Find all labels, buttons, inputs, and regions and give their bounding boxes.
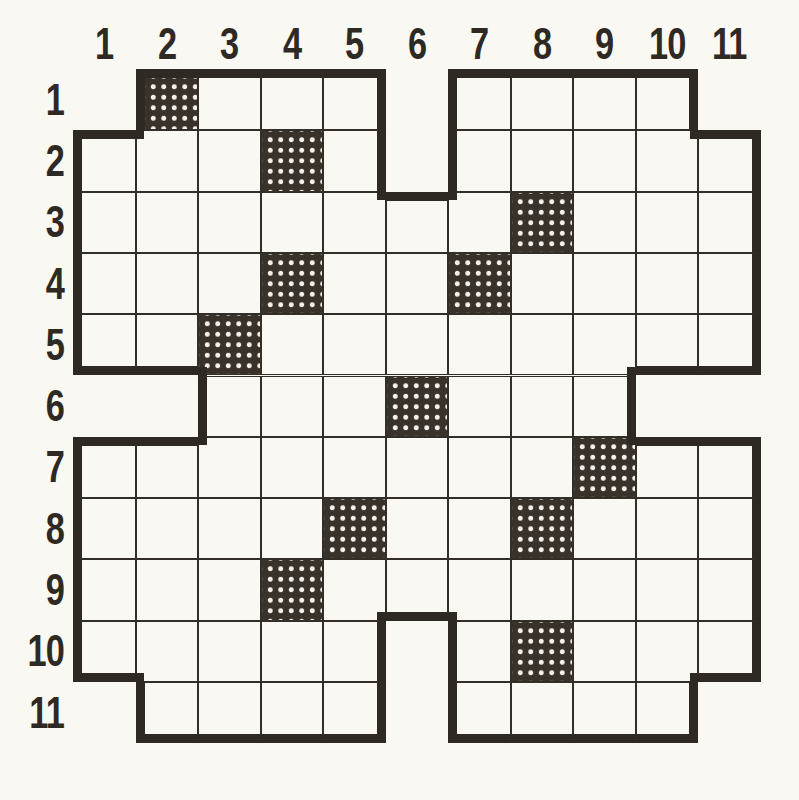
cell-r5c2[interactable] [136,314,199,375]
row-label-4: 4 [14,253,64,314]
cell-r2c3[interactable] [198,130,261,191]
blocked-cell-r2c4 [261,130,324,191]
blocked-cell-r7c9 [573,437,636,498]
cell-r10c5[interactable] [323,621,386,682]
cell-r4c6[interactable] [386,253,449,314]
cell-r2c7[interactable] [448,130,511,191]
cell-r7c11[interactable] [698,437,761,498]
cell-r10c1[interactable] [73,621,136,682]
blocked-cell-r10c8 [511,621,574,682]
blocked-cell-r3c8 [511,192,574,253]
cell-r7c7[interactable] [448,437,511,498]
cell-r5c1[interactable] [73,314,136,375]
row-label-5: 5 [14,314,64,375]
cell-r5c9[interactable] [573,314,636,375]
cell-r5c4[interactable] [261,314,324,375]
row-label-2: 2 [14,130,64,191]
blocked-cell-r4c4 [261,253,324,314]
cell-r10c3[interactable] [198,621,261,682]
cell-r8c1[interactable] [73,498,136,559]
cell-r7c10[interactable] [636,437,699,498]
cell-r9c2[interactable] [136,559,199,620]
cell-r11c9[interactable] [573,682,636,743]
blocked-cell-r6c6 [386,376,449,437]
cell-r7c6[interactable] [386,437,449,498]
cell-r1c8[interactable] [511,69,574,130]
cell-r3c5[interactable] [323,192,386,253]
border-corner-patch [198,436,207,445]
cell-r11c8[interactable] [511,682,574,743]
cell-r9c9[interactable] [573,559,636,620]
border-corner-patch [448,191,457,200]
puzzle-page: 12345678910111234567891011 [0,0,799,800]
cell-r4c9[interactable] [573,253,636,314]
cell-r6c7[interactable] [448,376,511,437]
col-label-2: 2 [142,22,191,62]
cell-r7c3[interactable] [198,437,261,498]
col-label-6: 6 [392,22,441,62]
cell-r6c3[interactable] [198,376,261,437]
cell-r10c9[interactable] [573,621,636,682]
cell-r4c11[interactable] [698,253,761,314]
cell-r2c2[interactable] [136,130,199,191]
cell-r3c4[interactable] [261,192,324,253]
cell-r5c8[interactable] [511,314,574,375]
cell-r1c5[interactable] [323,69,386,130]
cell-r7c2[interactable] [136,437,199,498]
cell-r8c10[interactable] [636,498,699,559]
cell-r10c11[interactable] [698,621,761,682]
cell-r8c2[interactable] [136,498,199,559]
cell-r10c2[interactable] [136,621,199,682]
row-label-9: 9 [14,559,64,620]
cell-r8c3[interactable] [198,498,261,559]
cell-r5c5[interactable] [323,314,386,375]
cell-r4c10[interactable] [636,253,699,314]
blocked-cell-r9c4 [261,559,324,620]
cell-r5c11[interactable] [698,314,761,375]
cell-r10c4[interactable] [261,621,324,682]
cell-r9c5[interactable] [323,559,386,620]
cell-r8c9[interactable] [573,498,636,559]
row-label-3: 3 [14,192,64,253]
cell-r3c10[interactable] [636,192,699,253]
cell-r10c7[interactable] [448,621,511,682]
row-label-8: 8 [14,498,64,559]
cell-r8c7[interactable] [448,498,511,559]
cell-r2c1[interactable] [73,130,136,191]
cell-r7c5[interactable] [323,437,386,498]
cell-r2c5[interactable] [323,130,386,191]
cell-r3c3[interactable] [198,192,261,253]
col-label-10: 10 [642,22,691,62]
col-label-11: 11 [705,22,754,62]
cell-r8c4[interactable] [261,498,324,559]
puzzle-board: 12345678910111234567891011 [0,0,799,800]
cell-r2c10[interactable] [636,130,699,191]
cell-r4c8[interactable] [511,253,574,314]
blocked-cell-r4c7 [448,253,511,314]
cell-r1c10[interactable] [636,69,699,130]
blocked-cell-r8c8 [511,498,574,559]
cell-r1c4[interactable] [261,69,324,130]
cell-r4c1[interactable] [73,253,136,314]
cell-r3c1[interactable] [73,192,136,253]
cell-r9c7[interactable] [448,559,511,620]
row-label-7: 7 [14,437,64,498]
cell-r2c11[interactable] [698,130,761,191]
cell-r4c5[interactable] [323,253,386,314]
cell-r7c1[interactable] [73,437,136,498]
cell-r3c9[interactable] [573,192,636,253]
cell-r1c7[interactable] [448,69,511,130]
cell-r6c5[interactable] [323,376,386,437]
cell-r4c3[interactable] [198,253,261,314]
cell-r11c2[interactable] [136,682,199,743]
cell-r3c6[interactable] [386,192,449,253]
cell-r3c7[interactable] [448,192,511,253]
border-corner-patch [135,130,144,139]
row-label-11: 11 [14,682,64,743]
row-label-1: 1 [14,69,64,130]
blocked-cell-r8c5 [323,498,386,559]
col-label-7: 7 [455,22,504,62]
cell-r6c9[interactable] [573,376,636,437]
cell-r11c5[interactable] [323,682,386,743]
cell-r2c9[interactable] [573,130,636,191]
cell-r11c7[interactable] [448,682,511,743]
cell-r9c11[interactable] [698,559,761,620]
blocked-cell-r5c3 [198,314,261,375]
cell-r5c10[interactable] [636,314,699,375]
cell-r8c6[interactable] [386,498,449,559]
cell-r1c9[interactable] [573,69,636,130]
cell-r11c10[interactable] [636,682,699,743]
col-label-4: 4 [267,22,316,62]
cell-r9c3[interactable] [198,559,261,620]
cell-r9c10[interactable] [636,559,699,620]
cell-r7c4[interactable] [261,437,324,498]
cell-r8c11[interactable] [698,498,761,559]
cell-r9c8[interactable] [511,559,574,620]
cell-r5c6[interactable] [386,314,449,375]
cell-r3c2[interactable] [136,192,199,253]
col-label-8: 8 [517,22,566,62]
cell-r7c8[interactable] [511,437,574,498]
cell-r11c4[interactable] [261,682,324,743]
cell-r9c1[interactable] [73,559,136,620]
blocked-cell-r1c2 [136,69,199,130]
cell-r2c8[interactable] [511,130,574,191]
cell-r11c3[interactable] [198,682,261,743]
cell-r9c6[interactable] [386,559,449,620]
cell-r10c10[interactable] [636,621,699,682]
col-label-1: 1 [80,22,129,62]
cell-r6c4[interactable] [261,376,324,437]
cell-r1c3[interactable] [198,69,261,130]
cell-r4c2[interactable] [136,253,199,314]
cell-r5c7[interactable] [448,314,511,375]
cell-r3c11[interactable] [698,192,761,253]
row-label-6: 6 [14,376,64,437]
col-label-5: 5 [330,22,379,62]
col-label-9: 9 [580,22,629,62]
cell-r6c8[interactable] [511,376,574,437]
col-label-3: 3 [205,22,254,62]
row-label-10: 10 [14,621,64,682]
